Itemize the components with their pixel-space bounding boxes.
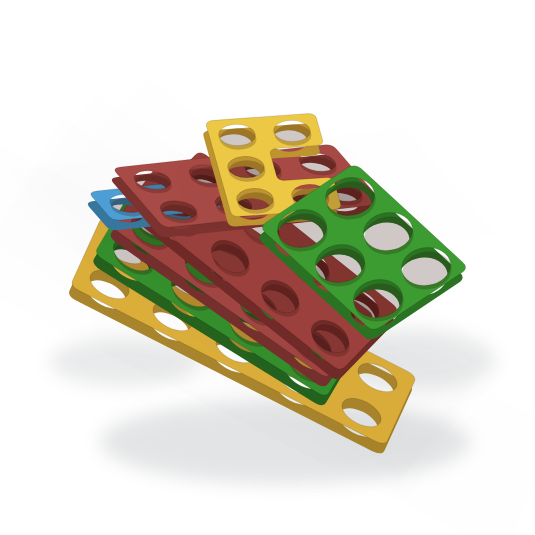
numicon-stack-photo [0, 0, 535, 535]
floor-shadow [100, 400, 470, 484]
stack-svg [0, 0, 535, 535]
